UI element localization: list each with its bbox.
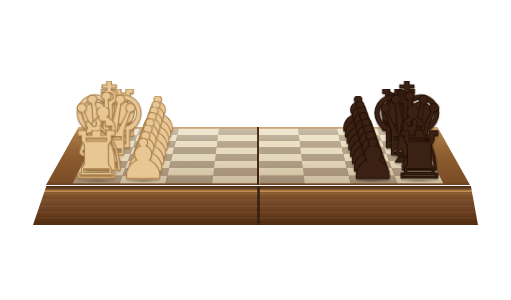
photo-background: ♜♟♟♜♞♟♟♞♝♟♟♝♚♟♟♚♛♟♟♛♝♟♟♝♞♟♟♞♜♟♟♜ [0, 0, 511, 300]
square-c6[interactable] [302, 161, 347, 168]
chessboard-scene: ♜♟♟♜♞♟♟♞♝♟♟♝♚♟♟♚♛♟♟♛♝♟♟♝♞♟♟♞♜♟♟♜ [46, 0, 470, 185]
square-a3[interactable] [165, 175, 212, 183]
square-b3[interactable] [167, 168, 213, 175]
square-e5[interactable] [258, 147, 301, 154]
square-a4[interactable] [212, 175, 258, 183]
square-d3[interactable] [171, 154, 215, 161]
square-c3[interactable] [169, 161, 214, 168]
square-e6[interactable] [300, 147, 343, 154]
square-c5[interactable] [258, 161, 302, 168]
square-e4[interactable] [215, 147, 258, 154]
square-d4[interactable] [214, 154, 258, 161]
square-a1[interactable]: ♜ [73, 175, 122, 183]
square-a5[interactable] [258, 175, 304, 183]
piece-black-rook-a8[interactable]: ♜ [390, 130, 449, 181]
square-d6[interactable] [301, 154, 345, 161]
square-c4[interactable] [214, 161, 258, 168]
square-a2[interactable]: ♟ [119, 175, 167, 183]
square-b6[interactable] [302, 168, 348, 175]
board-fold-seam-front [257, 186, 260, 225]
chessboard-surface: ♜♟♟♜♞♟♟♞♝♟♟♝♚♟♟♚♛♟♟♛♝♟♟♝♞♟♟♞♜♟♟♜ [46, 127, 470, 185]
square-a6[interactable] [303, 175, 350, 183]
square-d5[interactable] [258, 154, 302, 161]
square-b5[interactable] [258, 168, 303, 175]
square-e3[interactable] [173, 147, 216, 154]
piece-white-rook-a1[interactable]: ♜ [68, 130, 127, 181]
square-a8[interactable]: ♜ [394, 175, 443, 183]
square-b4[interactable] [213, 168, 258, 175]
